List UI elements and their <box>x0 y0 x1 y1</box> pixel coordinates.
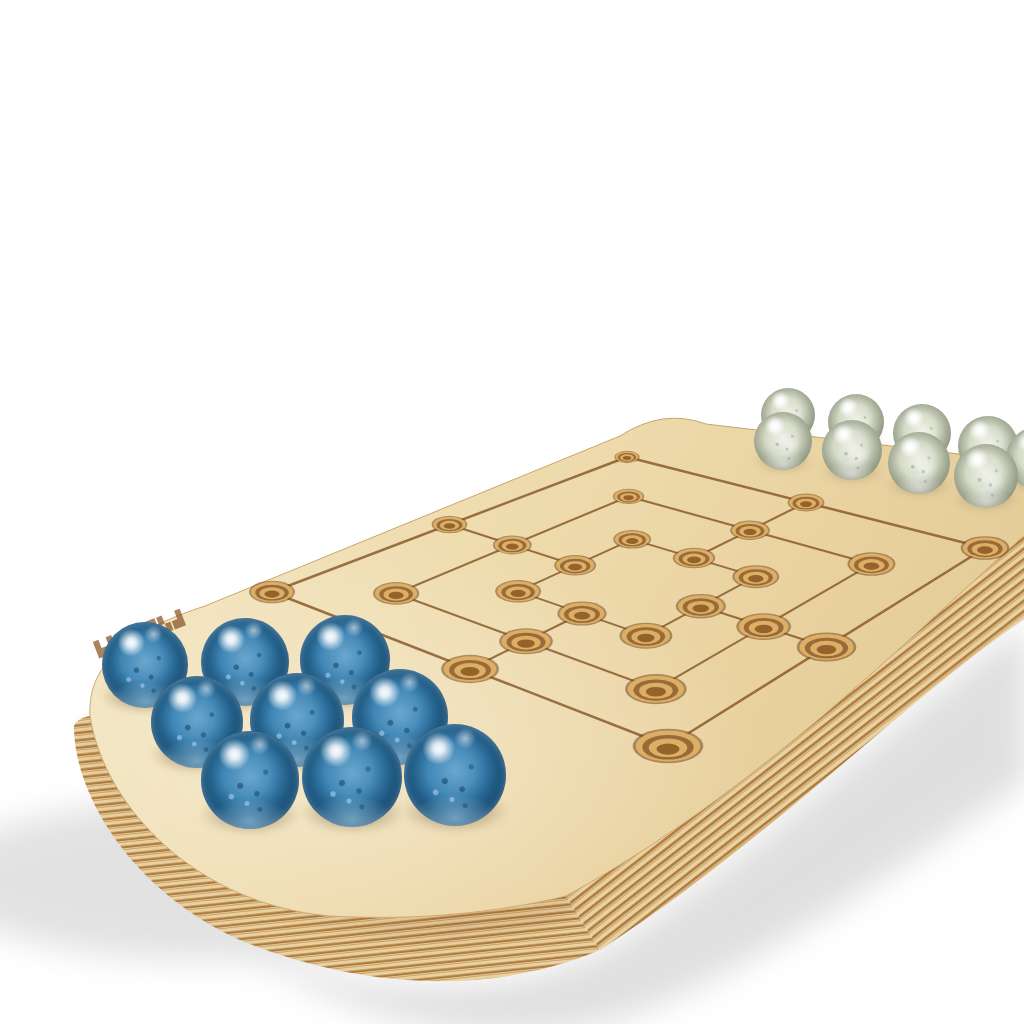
blue-marble[interactable] <box>404 724 506 826</box>
blue-marble[interactable] <box>201 731 299 829</box>
board-point[interactable] <box>373 582 419 605</box>
board-point[interactable] <box>613 489 644 504</box>
board-point[interactable] <box>797 632 857 661</box>
white-marble[interactable] <box>754 412 812 470</box>
board-point[interactable] <box>736 613 791 640</box>
product-photo-scene: ▙▚▛▞▜▚▟ <box>0 0 1024 1024</box>
white-marble[interactable] <box>888 432 950 494</box>
board-point[interactable] <box>441 655 499 683</box>
blue-marble[interactable] <box>302 727 402 827</box>
board-point[interactable] <box>961 536 1010 560</box>
board-point[interactable] <box>732 565 779 588</box>
board-point[interactable] <box>554 555 596 576</box>
board-point[interactable] <box>625 674 687 704</box>
board-point[interactable] <box>613 530 651 549</box>
board-point[interactable] <box>730 521 770 540</box>
board-point[interactable] <box>614 451 639 463</box>
board-point[interactable] <box>633 729 704 764</box>
white-marble[interactable] <box>954 444 1018 508</box>
board-point[interactable] <box>847 552 895 575</box>
board-point[interactable] <box>788 493 825 511</box>
board-point[interactable] <box>673 548 715 569</box>
board-point[interactable] <box>495 580 541 602</box>
white-marble[interactable] <box>822 420 882 480</box>
board-point[interactable] <box>249 581 295 604</box>
board-point[interactable] <box>619 623 672 649</box>
board-point[interactable] <box>432 516 468 533</box>
morris-board: ▙▚▛▞▜▚▟ <box>0 0 1024 1024</box>
board-point[interactable] <box>676 594 726 618</box>
board-point[interactable] <box>557 601 606 625</box>
board-point[interactable] <box>499 628 553 654</box>
board-point[interactable] <box>493 535 532 554</box>
